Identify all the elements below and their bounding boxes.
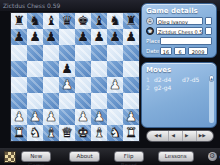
square-g6[interactable] (107, 45, 123, 61)
square-c3[interactable] (43, 93, 59, 109)
game-details-heading: Game details (146, 7, 212, 15)
black-piece-q: ♛ (61, 13, 73, 29)
square-e7[interactable]: ♟ (75, 29, 91, 45)
date-day-field[interactable]: 16 (160, 47, 172, 55)
square-e6[interactable] (75, 45, 91, 61)
square-f3[interactable] (91, 93, 107, 109)
black-piece-p: ♟ (125, 29, 137, 45)
move-row: 2g2-g4 (146, 84, 212, 92)
white-piece-r: ♜ (13, 125, 25, 141)
black-player-row: ♚ Zictdus Chess 0.59 (146, 27, 212, 35)
white-piece-n: ♞ (109, 125, 121, 141)
square-c6[interactable] (43, 45, 59, 61)
square-h3[interactable] (123, 93, 139, 109)
black-piece-p: ♟ (45, 29, 57, 45)
flip-board-button[interactable]: Flip Board (114, 151, 144, 162)
white-piece-b: ♝ (93, 125, 105, 141)
square-b4[interactable] (27, 77, 43, 93)
black-piece-p: ♟ (109, 29, 121, 45)
chess-board[interactable]: ♜♞♝♛♚♝♞♜♟♟♟♟♟♟♟♟♟♟♟♟♟♟♟♟♜♞♝♛♚♝♞♜ (10, 12, 140, 142)
square-c1[interactable]: ♝ (43, 125, 59, 141)
square-b7[interactable]: ♟ (27, 29, 43, 45)
date-label: Date (146, 48, 160, 54)
white-player-edit-button[interactable] (205, 17, 212, 25)
square-a3[interactable] (11, 93, 27, 109)
square-f7[interactable]: ♟ (91, 29, 107, 45)
square-d4[interactable]: ♟ (59, 77, 75, 93)
square-f5[interactable] (91, 61, 107, 77)
white-player-icon: ♔ (146, 17, 154, 25)
square-e4[interactable] (75, 77, 91, 93)
black-piece-n: ♞ (109, 13, 121, 29)
white-player-row: ♔ Oleg Ivanov (146, 17, 212, 25)
white-piece-p: ♟ (125, 109, 137, 125)
square-a8[interactable]: ♜ (11, 13, 27, 29)
square-g5[interactable] (107, 61, 123, 77)
square-d7[interactable] (59, 29, 75, 45)
white-piece-q: ♛ (61, 125, 73, 141)
gear-icon[interactable]: ⚙ (208, 152, 217, 161)
square-d8[interactable]: ♛ (59, 13, 75, 29)
black-piece-p: ♟ (13, 29, 25, 45)
square-e1[interactable]: ♚ (75, 125, 91, 141)
white-piece-r: ♜ (125, 125, 137, 141)
square-e2[interactable]: ♟ (75, 109, 91, 125)
white-piece-p: ♟ (61, 77, 73, 93)
square-c5[interactable] (43, 61, 59, 77)
new-game-button[interactable]: New Game (21, 151, 51, 162)
square-b6[interactable] (27, 45, 43, 61)
square-a5[interactable] (11, 61, 27, 77)
square-h1[interactable]: ♜ (123, 125, 139, 141)
square-c2[interactable]: ♟ (43, 109, 59, 125)
place-label: Place (146, 38, 160, 44)
black-piece-b: ♝ (93, 13, 105, 29)
date-month-field[interactable]: 6 (174, 47, 186, 55)
black-piece-p: ♟ (61, 61, 73, 77)
square-b2[interactable]: ♟ (27, 109, 43, 125)
date-year-field[interactable]: 2009 (188, 47, 208, 55)
square-c7[interactable]: ♟ (43, 29, 59, 45)
square-b5[interactable] (27, 61, 43, 77)
square-h4[interactable] (123, 77, 139, 93)
white-piece-p: ♟ (29, 109, 41, 125)
square-g3[interactable] (107, 93, 123, 109)
move-row: 1d2-d4d7-d5 (146, 76, 212, 84)
black-piece-n: ♞ (29, 13, 41, 29)
moves-heading: Moves (146, 66, 212, 74)
moves-list[interactable]: 1d2-d4d7-d52g2-g4 (146, 76, 212, 92)
chess-app-window: Zictdus Chess 0.59 ♜♞♝♛♚♝♞♜♟♟♟♟♟♟♟♟♟♟♟♟♟… (0, 0, 220, 165)
square-a6[interactable] (11, 45, 27, 61)
white-player-field[interactable]: Oleg Ivanov (156, 17, 203, 25)
square-f2[interactable]: ♟ (91, 109, 107, 125)
black-piece-r: ♜ (13, 13, 25, 29)
square-b8[interactable]: ♞ (27, 13, 43, 29)
black-piece-b: ♝ (45, 13, 57, 29)
white-piece-p: ♟ (77, 109, 89, 125)
square-h2[interactable]: ♟ (123, 109, 139, 125)
square-h7[interactable]: ♟ (123, 29, 139, 45)
black-player-icon: ♚ (146, 27, 154, 35)
square-a7[interactable]: ♟ (11, 29, 27, 45)
square-h8[interactable]: ♜ (123, 13, 139, 29)
place-row: Place (146, 37, 212, 45)
game-details-panel: Game details ♔ Oleg Ivanov ♚ Zictdus Che… (141, 3, 217, 58)
black-move[interactable]: d7-d5 (182, 76, 212, 84)
bottom-toolbar: New GameAboutFlip BoardLessons ⚙ Customi… (0, 148, 220, 165)
square-e5[interactable] (75, 61, 91, 77)
white-piece-n: ♞ (29, 125, 41, 141)
square-f1[interactable]: ♝ (91, 125, 107, 141)
previous-move-button[interactable]: ◀ (168, 131, 176, 141)
lessons-button[interactable]: Lessons (158, 151, 194, 162)
white-piece-p: ♟ (45, 109, 57, 125)
scroll-up-icon[interactable]: ▲ (209, 75, 214, 82)
moves-scrollbar[interactable]: ▲ (209, 75, 214, 123)
next-move-button[interactable]: ▶ (182, 131, 190, 141)
square-d1[interactable]: ♛ (59, 125, 75, 141)
square-b3[interactable] (27, 93, 43, 109)
square-a2[interactable]: ♟ (11, 109, 27, 125)
square-d2[interactable] (59, 109, 75, 125)
white-piece-p: ♟ (109, 77, 121, 93)
moves-panel: Moves 1d2-d4d7-d52g2-g4 ▲ (141, 62, 217, 128)
white-piece-p: ♟ (93, 109, 105, 125)
move-number: 1 (146, 76, 154, 84)
white-piece-k: ♚ (77, 125, 89, 141)
square-g8[interactable]: ♞ (107, 13, 123, 29)
square-e8[interactable]: ♚ (75, 13, 91, 29)
move-playback-bar: ◀◀◀▶▶▶ (146, 130, 214, 142)
square-d3[interactable] (59, 93, 75, 109)
square-c8[interactable]: ♝ (43, 13, 59, 29)
square-h5[interactable] (123, 61, 139, 77)
square-a4[interactable] (11, 77, 27, 93)
about-button[interactable]: About (69, 151, 99, 162)
square-f8[interactable]: ♝ (91, 13, 107, 29)
black-player-field[interactable]: Zictdus Chess 0.59 (156, 27, 203, 35)
chessboard-icon (4, 151, 16, 163)
move-number: 2 (146, 84, 154, 92)
white-move[interactable]: d2-d4 (154, 76, 182, 84)
white-move[interactable]: g2-g4 (154, 84, 182, 92)
square-g2[interactable] (107, 109, 123, 125)
black-move[interactable] (182, 84, 212, 92)
black-piece-p: ♟ (29, 29, 41, 45)
square-g7[interactable]: ♟ (107, 29, 123, 45)
first-move-button[interactable]: ◀◀ (152, 131, 163, 141)
square-g1[interactable]: ♞ (107, 125, 123, 141)
last-move-button[interactable]: ▶▶ (196, 131, 208, 141)
square-c4[interactable] (43, 77, 59, 93)
black-piece-k: ♚ (77, 13, 89, 29)
white-piece-p: ♟ (13, 109, 25, 125)
square-d6[interactable] (59, 45, 75, 61)
square-h6[interactable] (123, 45, 139, 61)
square-b1[interactable]: ♞ (27, 125, 43, 141)
black-player-edit-button[interactable] (205, 27, 212, 35)
square-e3[interactable] (75, 93, 91, 109)
square-a1[interactable]: ♜ (11, 125, 27, 141)
square-f6[interactable] (91, 45, 107, 61)
white-piece-b: ♝ (45, 125, 57, 141)
black-piece-r: ♜ (125, 13, 137, 29)
black-piece-p: ♟ (93, 29, 105, 45)
date-row: Date 16 6 2009 (146, 47, 212, 55)
square-f4[interactable] (91, 77, 107, 93)
black-piece-p: ♟ (77, 29, 89, 45)
square-d5[interactable]: ♟ (59, 61, 75, 77)
square-g4[interactable]: ♟ (107, 77, 123, 93)
place-field[interactable] (160, 37, 212, 45)
